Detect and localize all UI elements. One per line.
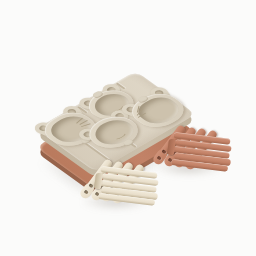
terracotta-stick-bundle: [152, 127, 240, 179]
stick-raft: [97, 166, 161, 207]
stick-hole: [89, 184, 94, 189]
cream-stick-bundle: [79, 161, 163, 217]
product-photo: [0, 0, 256, 256]
stick-hole: [162, 150, 167, 155]
stick-hole: [84, 190, 89, 195]
stick-raft: [170, 132, 234, 173]
